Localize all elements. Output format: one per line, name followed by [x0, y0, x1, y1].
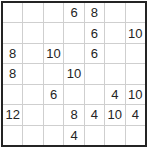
cell-r7c7[interactable] — [126, 126, 145, 145]
cell-r4c5[interactable] — [85, 64, 104, 83]
cell-r6c3[interactable] — [44, 105, 63, 124]
cell-r2c1[interactable] — [3, 23, 22, 42]
cell-r2c7[interactable]: 10 — [126, 23, 145, 42]
cell-r1c7[interactable] — [126, 3, 145, 22]
cell-r2c4[interactable] — [64, 23, 83, 42]
cell-r4c3[interactable] — [44, 64, 63, 83]
puzzle-board: 6 8 6 10 8 10 6 8 10 6 4 10 12 8 — [1, 1, 147, 147]
puzzle-thumbnail: 6 8 6 10 8 10 6 8 10 6 4 10 12 8 — [0, 0, 150, 150]
cell-r4c4[interactable]: 10 — [64, 64, 83, 83]
cell-r5c7[interactable]: 10 — [126, 85, 145, 104]
cell-r1c1[interactable] — [3, 3, 22, 22]
cell-r4c7[interactable] — [126, 64, 145, 83]
cell-r5c2[interactable] — [23, 85, 42, 104]
cell-r2c3[interactable] — [44, 23, 63, 42]
cell-r4c2[interactable] — [23, 64, 42, 83]
cell-r7c5[interactable] — [85, 126, 104, 145]
cell-r1c5[interactable]: 8 — [85, 3, 104, 22]
cell-r3c4[interactable] — [64, 44, 83, 63]
cell-r5c4[interactable] — [64, 85, 83, 104]
cell-r6c5[interactable]: 4 — [85, 105, 104, 124]
cell-r3c5[interactable]: 6 — [85, 44, 104, 63]
cell-r2c6[interactable] — [105, 23, 124, 42]
cell-r6c4[interactable]: 8 — [64, 105, 83, 124]
cell-r3c7[interactable] — [126, 44, 145, 63]
cell-r5c5[interactable] — [85, 85, 104, 104]
cell-r1c6[interactable] — [105, 3, 124, 22]
cell-r7c2[interactable] — [23, 126, 42, 145]
cell-r2c2[interactable] — [23, 23, 42, 42]
cell-r4c6[interactable] — [105, 64, 124, 83]
cell-r1c2[interactable] — [23, 3, 42, 22]
cell-r6c1[interactable]: 12 — [3, 105, 22, 124]
cell-r5c1[interactable] — [3, 85, 22, 104]
cell-r2c5[interactable]: 6 — [85, 23, 104, 42]
cell-r6c7[interactable]: 4 — [126, 105, 145, 124]
cell-r3c1[interactable]: 8 — [3, 44, 22, 63]
cell-r3c2[interactable] — [23, 44, 42, 63]
cell-r7c6[interactable] — [105, 126, 124, 145]
cell-r5c3[interactable]: 6 — [44, 85, 63, 104]
cell-r7c4[interactable]: 4 — [64, 126, 83, 145]
cell-r6c6[interactable]: 10 — [105, 105, 124, 124]
cell-r7c1[interactable] — [3, 126, 22, 145]
cell-r1c4[interactable]: 6 — [64, 3, 83, 22]
cell-r5c6[interactable]: 4 — [105, 85, 124, 104]
cell-r1c3[interactable] — [44, 3, 63, 22]
cell-r6c2[interactable] — [23, 105, 42, 124]
cell-r4c1[interactable]: 8 — [3, 64, 22, 83]
cell-r3c3[interactable]: 10 — [44, 44, 63, 63]
cell-r3c6[interactable] — [105, 44, 124, 63]
cell-r7c3[interactable] — [44, 126, 63, 145]
